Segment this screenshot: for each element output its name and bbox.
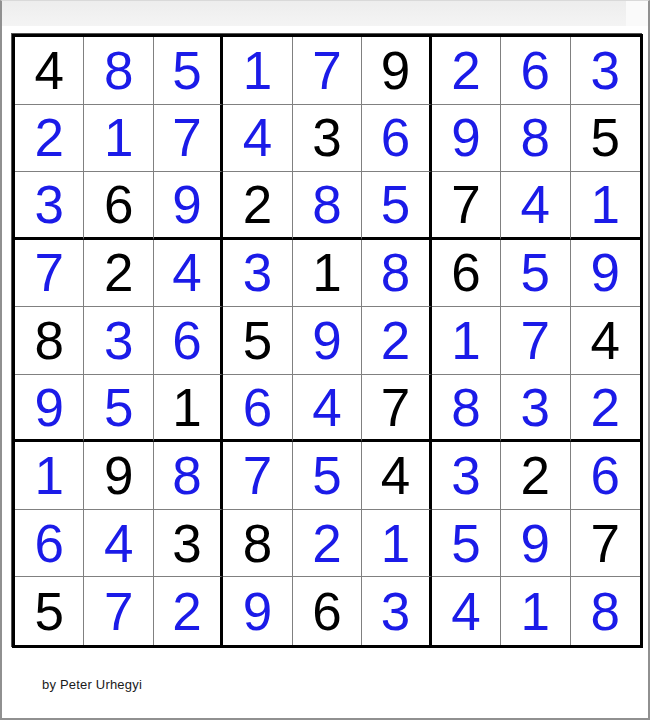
- given-digit: 3: [312, 111, 341, 164]
- cell-r3c5[interactable]: 8: [293, 172, 362, 240]
- cell-r1c7[interactable]: 2: [432, 37, 501, 105]
- cell-r3c3[interactable]: 9: [154, 172, 223, 240]
- cell-r4c4[interactable]: 3: [223, 240, 292, 308]
- cell-r7c5[interactable]: 5: [293, 442, 362, 510]
- cell-r7c7[interactable]: 3: [432, 442, 501, 510]
- cell-r5c7[interactable]: 1: [432, 307, 501, 375]
- solved-digit: 9: [591, 246, 620, 299]
- solved-digit: 2: [381, 314, 410, 367]
- solved-digit: 8: [451, 381, 480, 434]
- solved-digit: 9: [451, 111, 480, 164]
- cell-r1c5[interactable]: 7: [293, 37, 362, 105]
- cell-r2c8[interactable]: 8: [501, 105, 570, 173]
- given-digit: 9: [104, 449, 133, 502]
- solved-digit: 4: [312, 381, 341, 434]
- cell-r5c1[interactable]: 8: [15, 307, 84, 375]
- solved-digit: 3: [451, 449, 480, 502]
- solved-digit: 8: [381, 246, 410, 299]
- given-digit: 2: [243, 178, 272, 231]
- given-digit: 7: [451, 178, 480, 231]
- given-digit: 5: [243, 314, 272, 367]
- solved-digit: 9: [521, 517, 550, 570]
- solved-digit: 8: [104, 44, 133, 97]
- solved-digit: 6: [521, 44, 550, 97]
- cell-r6c5[interactable]: 4: [293, 375, 362, 443]
- solved-digit: 6: [381, 111, 410, 164]
- solved-digit: 3: [591, 44, 620, 97]
- cell-r7c8[interactable]: 2: [501, 442, 570, 510]
- solved-digit: 2: [451, 44, 480, 97]
- given-digit: 7: [591, 517, 620, 570]
- cell-r2c7[interactable]: 9: [432, 105, 501, 173]
- cell-r2c1[interactable]: 2: [15, 105, 84, 173]
- given-digit: 6: [104, 178, 133, 231]
- cell-r5c3[interactable]: 6: [154, 307, 223, 375]
- solved-digit: 7: [243, 449, 272, 502]
- solved-digit: 4: [451, 585, 480, 638]
- solved-digit: 5: [104, 381, 133, 434]
- solved-digit: 3: [243, 246, 272, 299]
- solved-digit: 2: [34, 111, 63, 164]
- cell-r1c8[interactable]: 6: [501, 37, 570, 105]
- cell-r7c6[interactable]: 4: [362, 442, 431, 510]
- cell-r2c3[interactable]: 7: [154, 105, 223, 173]
- cell-r5c5[interactable]: 9: [293, 307, 362, 375]
- solved-digit: 7: [312, 44, 341, 97]
- cell-r5c8[interactable]: 7: [501, 307, 570, 375]
- solved-digit: 1: [243, 44, 272, 97]
- cell-r4c9[interactable]: 9: [571, 240, 640, 308]
- given-digit: 1: [172, 381, 201, 434]
- cell-r6c6[interactable]: 7: [362, 375, 431, 443]
- cell-r3c9[interactable]: 1: [571, 172, 640, 240]
- solved-digit: 6: [591, 449, 620, 502]
- solved-digit: 7: [521, 314, 550, 367]
- cell-r4c3[interactable]: 4: [154, 240, 223, 308]
- sudoku-page: 4851792632174369853692857417243186598365…: [0, 0, 650, 720]
- cell-r3c8[interactable]: 4: [501, 172, 570, 240]
- solved-digit: 2: [312, 517, 341, 570]
- given-digit: 9: [381, 44, 410, 97]
- given-digit: 7: [381, 381, 410, 434]
- cell-r1c9[interactable]: 3: [571, 37, 640, 105]
- solved-digit: 9: [172, 178, 201, 231]
- cell-r9c8[interactable]: 1: [501, 577, 570, 645]
- cell-r6c9[interactable]: 2: [571, 375, 640, 443]
- solved-digit: 1: [34, 449, 63, 502]
- solved-digit: 9: [312, 314, 341, 367]
- cell-r7c1[interactable]: 1: [15, 442, 84, 510]
- solved-digit: 7: [104, 585, 133, 638]
- cell-r3c7[interactable]: 7: [432, 172, 501, 240]
- cell-r4c5[interactable]: 1: [293, 240, 362, 308]
- cell-r7c4[interactable]: 7: [223, 442, 292, 510]
- solved-digit: 8: [521, 111, 550, 164]
- cell-r3c2[interactable]: 6: [84, 172, 153, 240]
- solved-digit: 2: [591, 381, 620, 434]
- cell-r5c4[interactable]: 5: [223, 307, 292, 375]
- solved-digit: 2: [172, 585, 201, 638]
- cell-r7c9[interactable]: 6: [571, 442, 640, 510]
- given-digit: 5: [34, 585, 63, 638]
- solved-digit: 9: [243, 585, 272, 638]
- cell-r8c6[interactable]: 1: [362, 510, 431, 578]
- solved-digit: 4: [172, 246, 201, 299]
- given-digit: 6: [451, 246, 480, 299]
- cell-r9c7[interactable]: 4: [432, 577, 501, 645]
- cell-r4c7[interactable]: 6: [432, 240, 501, 308]
- cell-r4c8[interactable]: 5: [501, 240, 570, 308]
- cell-r8c5[interactable]: 2: [293, 510, 362, 578]
- solved-digit: 1: [381, 517, 410, 570]
- given-digit: 2: [104, 246, 133, 299]
- cell-r6c3[interactable]: 1: [154, 375, 223, 443]
- solved-digit: 7: [34, 246, 63, 299]
- cell-r8c3[interactable]: 3: [154, 510, 223, 578]
- given-digit: 3: [172, 517, 201, 570]
- solved-digit: 1: [591, 178, 620, 231]
- cell-r7c2[interactable]: 9: [84, 442, 153, 510]
- cell-r2c9[interactable]: 5: [571, 105, 640, 173]
- sudoku-board: 4851792632174369853692857417243186598365…: [12, 34, 643, 648]
- solved-digit: 4: [243, 111, 272, 164]
- solved-digit: 8: [591, 585, 620, 638]
- solved-digit: 3: [521, 381, 550, 434]
- cell-r3c6[interactable]: 5: [362, 172, 431, 240]
- solved-digit: 6: [243, 381, 272, 434]
- solved-digit: 3: [104, 314, 133, 367]
- cell-r4c6[interactable]: 8: [362, 240, 431, 308]
- given-digit: 5: [591, 111, 620, 164]
- solved-digit: 1: [451, 314, 480, 367]
- cell-r8c2[interactable]: 4: [84, 510, 153, 578]
- cell-r5c2[interactable]: 3: [84, 307, 153, 375]
- cell-r1c6[interactable]: 9: [362, 37, 431, 105]
- cell-r8c7[interactable]: 5: [432, 510, 501, 578]
- solved-digit: 5: [521, 246, 550, 299]
- cell-r1c4[interactable]: 1: [223, 37, 292, 105]
- cell-r8c8[interactable]: 9: [501, 510, 570, 578]
- cell-r2c4[interactable]: 4: [223, 105, 292, 173]
- given-digit: 4: [34, 44, 63, 97]
- solved-digit: 1: [104, 111, 133, 164]
- cell-r9c4[interactable]: 9: [223, 577, 292, 645]
- solved-digit: 5: [312, 449, 341, 502]
- topbar-light-segment: [626, 1, 648, 26]
- cell-r2c2[interactable]: 1: [84, 105, 153, 173]
- author-caption: by Peter Urhegyi: [42, 677, 142, 692]
- given-digit: 8: [34, 314, 63, 367]
- cell-r5c9[interactable]: 4: [571, 307, 640, 375]
- top-toolbar-strip: [2, 1, 626, 26]
- solved-digit: 5: [451, 517, 480, 570]
- cell-r5c6[interactable]: 2: [362, 307, 431, 375]
- solved-digit: 8: [172, 449, 201, 502]
- solved-digit: 6: [34, 517, 63, 570]
- given-digit: 8: [243, 517, 272, 570]
- cell-r4c1[interactable]: 7: [15, 240, 84, 308]
- solved-digit: 5: [172, 44, 201, 97]
- cell-r7c3[interactable]: 8: [154, 442, 223, 510]
- cell-r6c4[interactable]: 6: [223, 375, 292, 443]
- cell-r1c3[interactable]: 5: [154, 37, 223, 105]
- cell-r6c2[interactable]: 5: [84, 375, 153, 443]
- solved-digit: 3: [34, 178, 63, 231]
- given-digit: 2: [521, 449, 550, 502]
- solved-digit: 5: [381, 178, 410, 231]
- cell-r1c1[interactable]: 4: [15, 37, 84, 105]
- solved-digit: 3: [381, 585, 410, 638]
- cell-r3c1[interactable]: 3: [15, 172, 84, 240]
- solved-digit: 1: [521, 585, 550, 638]
- given-digit: 6: [312, 585, 341, 638]
- cell-r4c2[interactable]: 2: [84, 240, 153, 308]
- cell-r9c5[interactable]: 6: [293, 577, 362, 645]
- cell-r8c9[interactable]: 7: [571, 510, 640, 578]
- cell-r8c4[interactable]: 8: [223, 510, 292, 578]
- cell-r9c1[interactable]: 5: [15, 577, 84, 645]
- cell-r9c6[interactable]: 3: [362, 577, 431, 645]
- cell-r6c8[interactable]: 3: [501, 375, 570, 443]
- cell-r6c7[interactable]: 8: [432, 375, 501, 443]
- cell-r6c1[interactable]: 9: [15, 375, 84, 443]
- solved-digit: 4: [521, 178, 550, 231]
- cell-r8c1[interactable]: 6: [15, 510, 84, 578]
- given-digit: 1: [312, 246, 341, 299]
- cell-r1c2[interactable]: 8: [84, 37, 153, 105]
- solved-digit: 4: [104, 517, 133, 570]
- solved-digit: 8: [312, 178, 341, 231]
- given-digit: 4: [381, 449, 410, 502]
- solved-digit: 6: [172, 314, 201, 367]
- cell-r2c6[interactable]: 6: [362, 105, 431, 173]
- cell-r2c5[interactable]: 3: [293, 105, 362, 173]
- given-digit: 4: [591, 314, 620, 367]
- solved-digit: 7: [172, 111, 201, 164]
- cell-r3c4[interactable]: 2: [223, 172, 292, 240]
- cell-r9c9[interactable]: 8: [571, 577, 640, 645]
- cell-r9c2[interactable]: 7: [84, 577, 153, 645]
- solved-digit: 9: [34, 381, 63, 434]
- cell-r9c3[interactable]: 2: [154, 577, 223, 645]
